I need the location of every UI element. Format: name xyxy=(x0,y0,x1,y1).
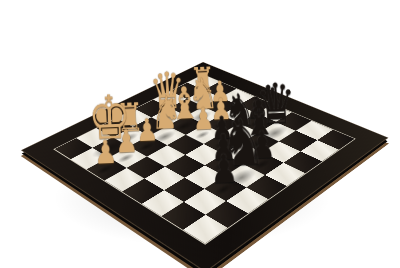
black-pawn: ♟ xyxy=(208,148,241,189)
white-pawn: ♟ xyxy=(92,136,119,169)
product-photo-stage: ♚♜♛♜♟♟♟♞♝♞♟♟♟♟♞♟♟♟♝♛♟♞♟ xyxy=(0,0,400,268)
square-b3 xyxy=(163,178,204,203)
